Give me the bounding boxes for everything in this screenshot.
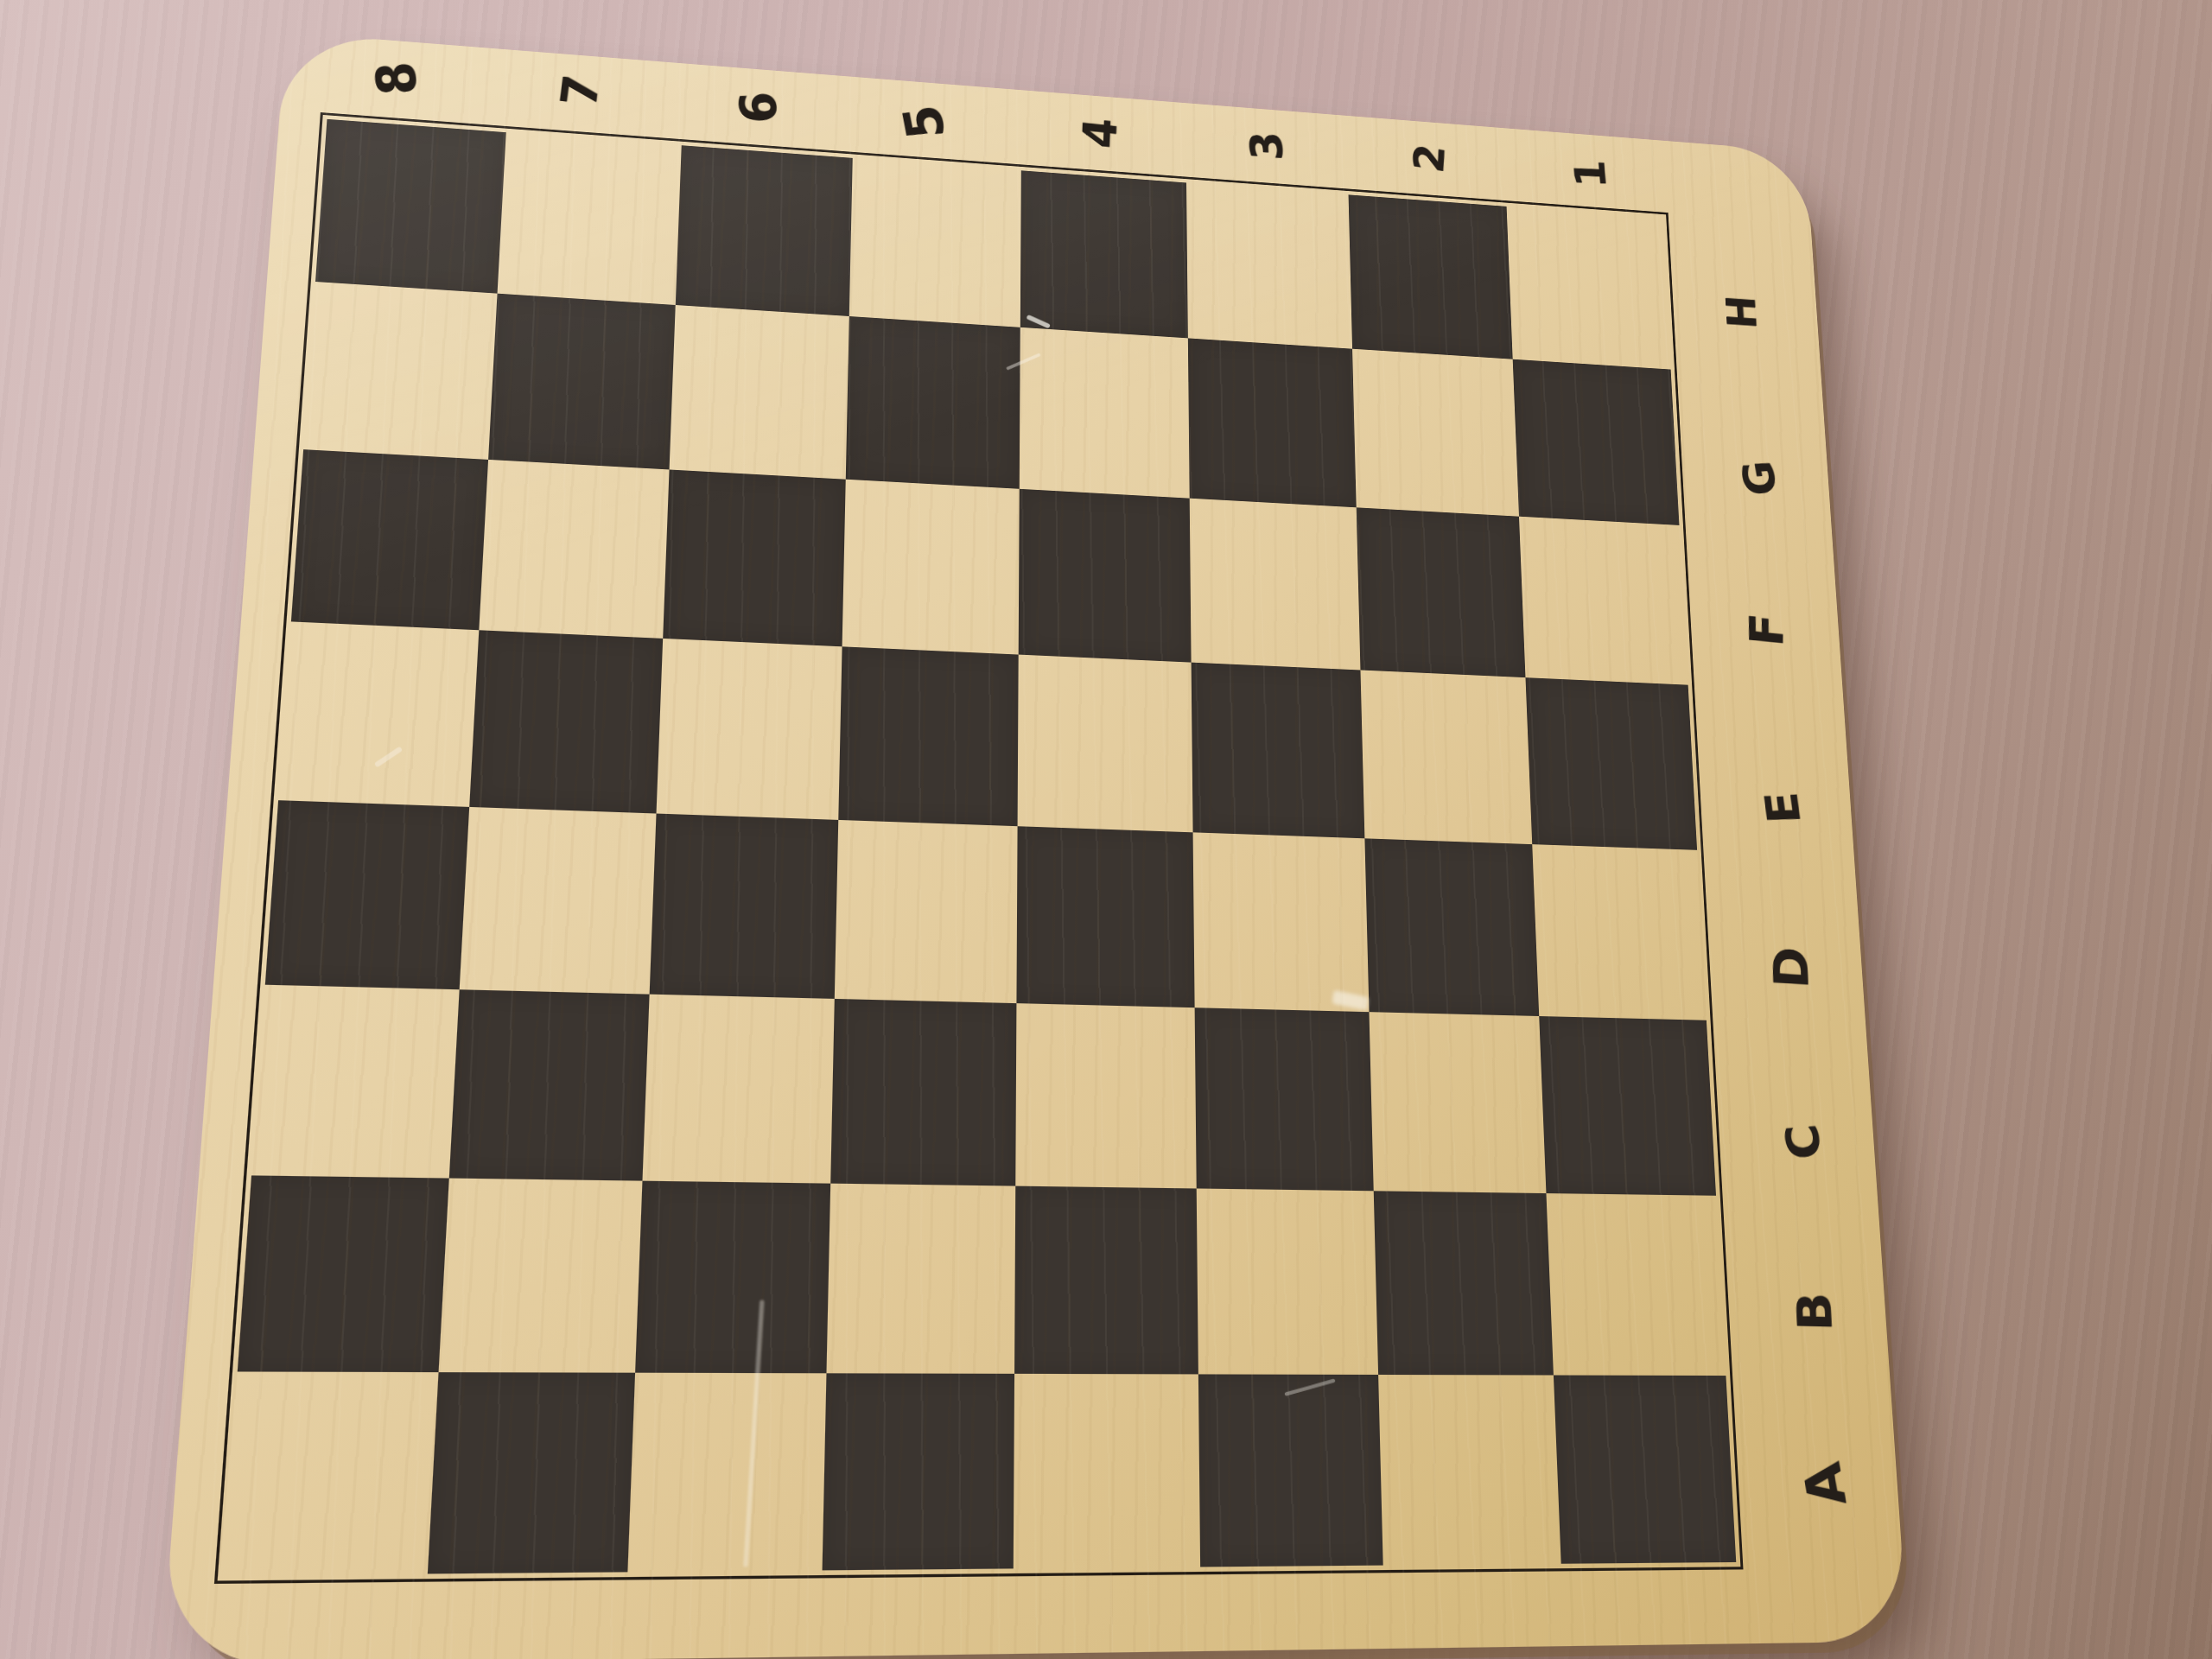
square-c3 <box>1194 1007 1373 1191</box>
square-d6 <box>649 814 838 999</box>
square-c7 <box>449 989 650 1180</box>
square-d4 <box>1016 826 1194 1007</box>
table-surface: 87654321 HGFEDCBA <box>0 0 2212 1659</box>
square-f6 <box>663 469 846 647</box>
square-a5 <box>823 1374 1014 1571</box>
square-a7 <box>428 1372 635 1573</box>
square-g4 <box>1020 327 1190 499</box>
square-a2 <box>1378 1375 1561 1565</box>
square-d3 <box>1192 832 1369 1012</box>
file-label-e: E <box>1693 733 1872 885</box>
square-e2 <box>1360 671 1532 844</box>
square-f8 <box>291 449 488 631</box>
square-b7 <box>438 1178 642 1373</box>
rank-label-1: 1 <box>1548 97 1632 251</box>
square-c5 <box>830 999 1016 1185</box>
square-a4 <box>1014 1374 1200 1568</box>
square-d5 <box>835 820 1018 1003</box>
square-a8 <box>223 1372 438 1576</box>
square-b6 <box>635 1180 831 1373</box>
square-c4 <box>1015 1003 1196 1188</box>
square-d1 <box>1532 844 1706 1020</box>
square-e4 <box>1018 655 1193 833</box>
square-e8 <box>278 622 479 807</box>
square-d2 <box>1364 838 1540 1015</box>
square-e1 <box>1526 677 1697 849</box>
square-e6 <box>656 639 842 820</box>
square-f4 <box>1019 488 1192 662</box>
rank-label-4: 4 <box>1058 53 1141 214</box>
square-c8 <box>251 984 459 1178</box>
square-g8 <box>303 282 497 460</box>
square-f3 <box>1189 498 1360 671</box>
file-label-f: F <box>1686 551 1847 709</box>
square-b3 <box>1196 1188 1377 1375</box>
square-a6 <box>627 1373 827 1572</box>
square-b8 <box>238 1175 449 1373</box>
rank-label-3: 3 <box>1223 69 1309 225</box>
square-c6 <box>642 994 835 1183</box>
square-d8 <box>265 800 469 989</box>
square-f1 <box>1519 516 1688 685</box>
square-g1 <box>1513 359 1680 525</box>
square-g2 <box>1352 348 1520 516</box>
square-c2 <box>1369 1012 1547 1193</box>
file-label-a: A <box>1726 1393 1923 1580</box>
file-label-g: G <box>1670 406 1849 551</box>
square-g6 <box>669 305 849 480</box>
square-b4 <box>1014 1185 1198 1375</box>
square-e5 <box>839 647 1019 827</box>
square-a3 <box>1198 1375 1383 1567</box>
square-f7 <box>479 459 669 639</box>
rank-label-2: 2 <box>1387 78 1470 239</box>
file-label-h: H <box>1660 240 1824 385</box>
square-b5 <box>827 1183 1016 1374</box>
rank-label-8: 8 <box>346 0 447 162</box>
board-grid <box>214 112 1744 1584</box>
square-f5 <box>842 479 1020 655</box>
square-b1 <box>1547 1193 1726 1376</box>
chessboard: 87654321 HGFEDCBA <box>162 32 1908 1659</box>
square-b2 <box>1373 1191 1554 1376</box>
file-label-d: D <box>1707 887 1876 1048</box>
file-label-b: B <box>1726 1230 1904 1394</box>
square-g5 <box>846 316 1020 489</box>
square-d7 <box>459 807 656 994</box>
square-f2 <box>1356 507 1525 678</box>
rank-label-6: 6 <box>715 29 802 187</box>
square-g7 <box>488 293 675 469</box>
square-e7 <box>469 631 663 814</box>
square-g3 <box>1188 338 1357 507</box>
file-label-c: C <box>1710 1059 1897 1226</box>
square-a1 <box>1554 1376 1736 1564</box>
square-c1 <box>1539 1016 1716 1195</box>
square-e3 <box>1191 663 1364 838</box>
